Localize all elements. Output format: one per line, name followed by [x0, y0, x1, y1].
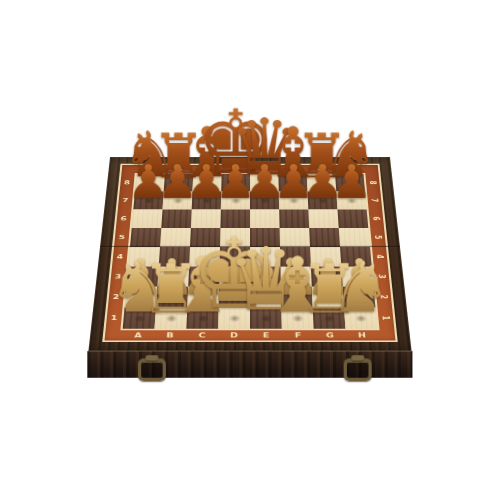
file-label-e-bottom: E	[250, 330, 282, 340]
file-label-h-bottom: H	[346, 330, 379, 340]
board-squares: ♞♜♝♚♛♝♜♞♟♟♟♟♟♟♟♟♟♟♟♟♟♟♟♟♞♜♝♚♛♝♜♞	[123, 174, 378, 329]
square-g6	[308, 210, 338, 228]
piece-light-knight-h1: ♞	[330, 253, 393, 323]
file-label-d-bottom: D	[218, 330, 250, 340]
outer-inlay-line: ABCDEFGH ABCDEFGH 87654321 87654321 ♞♜♝♚…	[102, 164, 398, 342]
inner-inlay-line: ♞♜♝♚♛♝♜♞♟♟♟♟♟♟♟♟♟♟♟♟♟♟♟♟♞♜♝♚♛♝♜♞	[120, 173, 379, 330]
file-label-a-bottom: A	[122, 330, 155, 340]
product-photo-stage: ABCDEFGH ABCDEFGH 87654321 87654321 ♞♜♝♚…	[0, 0, 500, 500]
right-clasp	[343, 358, 371, 381]
box-front-edge	[87, 351, 412, 378]
scene: ABCDEFGH ABCDEFGH 87654321 87654321 ♞♜♝♚…	[0, 0, 500, 500]
file-label-f-bottom: F	[282, 330, 314, 340]
rank-label-6-right: 6	[361, 214, 391, 223]
square-a6	[132, 210, 163, 228]
square-a5	[130, 228, 161, 247]
file-labels-bottom: ABCDEFGH	[122, 330, 379, 340]
file-label-g-bottom: G	[314, 330, 347, 340]
file-label-c-bottom: C	[186, 330, 218, 340]
square-f6	[279, 210, 309, 228]
rank-label-5-right: 5	[363, 233, 394, 242]
rank-label-6-left: 6	[116, 209, 131, 227]
piece-dark-pawn-h7: ♟	[331, 158, 373, 204]
file-label-b-bottom: B	[154, 330, 187, 340]
square-h7: ♟	[336, 192, 366, 210]
chess-board: ABCDEFGH ABCDEFGH 87654321 87654321 ♞♜♝♚…	[88, 157, 411, 351]
left-clasp	[138, 358, 166, 381]
rank-label-5-left: 5	[114, 228, 130, 247]
square-h1: ♞	[344, 307, 377, 328]
square-b6	[161, 210, 191, 228]
coordinate-band: ABCDEFGH ABCDEFGH 87654321 87654321 ♞♜♝♚…	[105, 165, 396, 341]
walnut-frame: ABCDEFGH ABCDEFGH 87654321 87654321 ♞♜♝♚…	[88, 157, 411, 351]
